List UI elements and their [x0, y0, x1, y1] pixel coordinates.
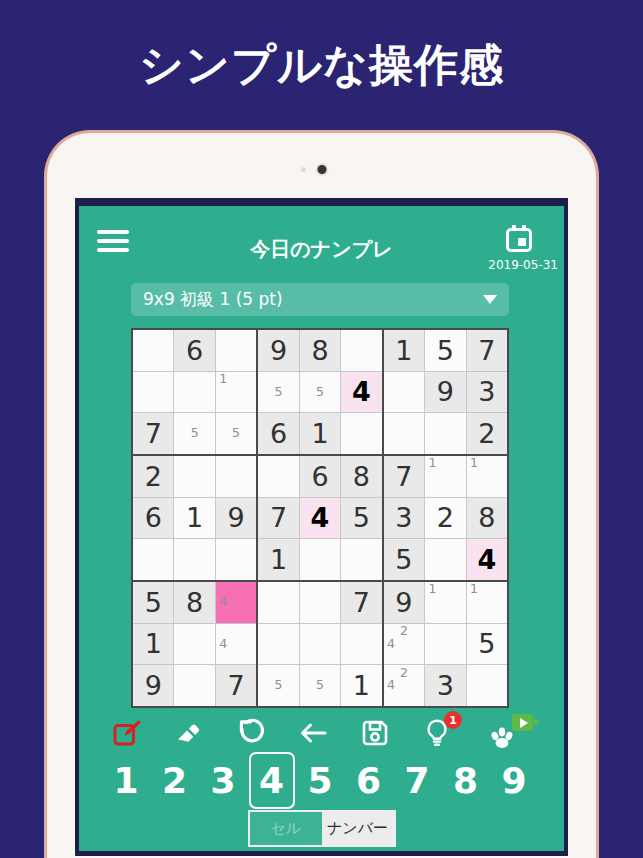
eraser-icon	[174, 718, 204, 748]
sudoku-cell-r5c2[interactable]: 1	[174, 498, 214, 539]
sudoku-cell-r4c1[interactable]: 2	[133, 456, 173, 497]
video-hint-button[interactable]	[483, 716, 525, 750]
sudoku-cell-r1c9[interactable]: 7	[467, 330, 507, 371]
cell-memo: 1	[426, 583, 464, 622]
pencil-button[interactable]	[111, 716, 143, 750]
sudoku-cell-r6c9[interactable]: 4	[467, 539, 507, 580]
cell-value: 8	[311, 337, 328, 364]
cell-value: 2	[478, 420, 495, 447]
sudoku-cell-r9c4[interactable]: 5	[258, 665, 298, 706]
cell-value: 9	[437, 378, 454, 405]
sudoku-cell-r2c1[interactable]	[133, 372, 173, 413]
cell-value: 5	[145, 589, 162, 616]
numpad-1[interactable]: 1	[103, 752, 149, 809]
sudoku-cell-r7c6[interactable]: 7	[341, 582, 381, 623]
calendar-icon[interactable]	[506, 228, 532, 252]
app-screen: 今日のナンプレ 2019-05-31 9x9 初級 1 (5 pt) 61755…	[75, 198, 568, 856]
sudoku-cell-r4c6[interactable]: 8	[341, 456, 381, 497]
sudoku-cell-r6c2[interactable]	[174, 539, 214, 580]
cell-value: 9	[145, 672, 162, 699]
cell-value: 5	[353, 504, 370, 531]
number-pad: 123456789	[103, 752, 537, 810]
cell-value: 9	[395, 589, 412, 616]
sudoku-cell-r9c7[interactable]: 24	[384, 665, 424, 706]
front-camera	[317, 165, 326, 174]
cell-value: 7	[228, 672, 245, 699]
numpad-5[interactable]: 5	[297, 752, 343, 809]
cell-value: 1	[311, 420, 328, 447]
pencil-icon	[112, 718, 142, 748]
cell-value: 2	[145, 463, 162, 490]
cell-memo: 24	[385, 666, 423, 705]
cell-memo: 5	[217, 414, 255, 453]
sudoku-cell-r4c7[interactable]: 7	[384, 456, 424, 497]
numpad-3[interactable]: 3	[200, 752, 246, 809]
sudoku-cell-r6c6[interactable]	[341, 539, 381, 580]
numpad-2[interactable]: 2	[152, 752, 198, 809]
sudoku-cell-r3c4[interactable]: 6	[258, 413, 298, 454]
cell-value: 4	[311, 504, 330, 531]
cell-value: 6	[145, 504, 162, 531]
sudoku-cell-r5c1[interactable]: 6	[133, 498, 173, 539]
sudoku-box-9: 911245243	[384, 582, 507, 706]
numpad-9[interactable]: 9	[491, 752, 537, 809]
cell-value: 3	[437, 672, 454, 699]
sudoku-cell-r3c6[interactable]	[341, 413, 381, 454]
cell-value: 6	[186, 337, 203, 364]
sudoku-box-1: 61755	[133, 330, 256, 454]
cell-value: 9	[228, 504, 245, 531]
sudoku-cell-r9c8[interactable]: 3	[425, 665, 465, 706]
light-sensor	[301, 167, 306, 172]
sudoku-cell-r3c3[interactable]: 5	[216, 413, 256, 454]
cell-value: 7	[145, 420, 162, 447]
cell-value: 5	[395, 546, 412, 573]
cell-memo: 24	[385, 625, 423, 664]
sudoku-box-6: 71132854	[384, 456, 507, 580]
sudoku-cell-r6c3[interactable]	[216, 539, 256, 580]
cell-memo: 5	[301, 666, 339, 705]
undo-button[interactable]	[235, 716, 267, 750]
sudoku-cell-r5c3[interactable]: 9	[216, 498, 256, 539]
sudoku-cell-r5c6[interactable]: 5	[341, 498, 381, 539]
mode-toggle: セル ナンバー	[248, 810, 396, 847]
sudoku-cell-r8c1[interactable]: 1	[133, 624, 173, 665]
sudoku-cell-r2c2[interactable]	[174, 372, 214, 413]
cell-memo: 5	[175, 414, 213, 453]
cell-value: 5	[478, 630, 495, 657]
sudoku-cell-r6c4[interactable]: 1	[258, 539, 298, 580]
cell-value: 5	[437, 337, 454, 364]
sudoku-cell-r8c3[interactable]: 4	[216, 624, 256, 665]
sudoku-cell-r1c6[interactable]	[341, 330, 381, 371]
sudoku-box-4: 2619	[133, 456, 256, 580]
sudoku-cell-r4c9[interactable]: 1	[467, 456, 507, 497]
sudoku-cell-r5c9[interactable]: 8	[467, 498, 507, 539]
sudoku-cell-r8c2[interactable]	[174, 624, 214, 665]
sudoku-cell-r9c9[interactable]	[467, 665, 507, 706]
cell-memo: 5	[259, 666, 297, 705]
cell-value: 1	[353, 672, 370, 699]
sudoku-cell-r1c5[interactable]: 8	[300, 330, 340, 371]
sudoku-cell-r8c5[interactable]	[300, 624, 340, 665]
sudoku-cell-r5c8[interactable]: 2	[425, 498, 465, 539]
sudoku-cell-r3c2[interactable]: 5	[174, 413, 214, 454]
date-label: 2019-05-31	[488, 258, 558, 272]
sudoku-box-7: 5841497	[133, 582, 256, 706]
sudoku-cell-r3c1[interactable]: 7	[133, 413, 173, 454]
sudoku-cell-r2c7[interactable]	[384, 372, 424, 413]
sudoku-cell-r9c3[interactable]: 7	[216, 665, 256, 706]
sudoku-cell-r3c9[interactable]: 2	[467, 413, 507, 454]
cell-memo: 1	[426, 457, 464, 496]
sudoku-cell-r1c2[interactable]: 6	[174, 330, 214, 371]
sudoku-cell-r5c5[interactable]: 4	[300, 498, 340, 539]
sudoku-cell-r4c4[interactable]	[258, 456, 298, 497]
cell-value: 2	[437, 504, 454, 531]
sudoku-box-3: 157932	[384, 330, 507, 454]
cell-value: 1	[395, 337, 412, 364]
sudoku-cell-r9c2[interactable]	[174, 665, 214, 706]
sudoku-cell-r4c3[interactable]	[216, 456, 256, 497]
cell-value: 4	[477, 546, 496, 573]
sudoku-cell-r2c8[interactable]: 9	[425, 372, 465, 413]
numpad-4[interactable]: 4	[249, 752, 295, 809]
mode-number-button[interactable]: ナンバー	[322, 812, 394, 845]
numpad-6[interactable]: 6	[346, 752, 392, 809]
sudoku-cell-r6c1[interactable]	[133, 539, 173, 580]
sudoku-cell-r2c9[interactable]: 3	[467, 372, 507, 413]
cell-value: 1	[270, 546, 287, 573]
sudoku-cell-r1c4[interactable]: 9	[258, 330, 298, 371]
arrow-left-icon	[298, 718, 328, 748]
sudoku-cell-r7c2[interactable]: 8	[174, 582, 214, 623]
sudoku-cell-r9c5[interactable]: 5	[300, 665, 340, 706]
toolbar: 1	[111, 713, 525, 753]
sudoku-cell-r8c9[interactable]: 5	[467, 624, 507, 665]
sudoku-box-5: 687451	[258, 456, 381, 580]
cell-value: 8	[186, 589, 203, 616]
cell-value: 7	[478, 337, 495, 364]
ipad-frame: 今日のナンプレ 2019-05-31 9x9 初級 1 (5 pt) 61755…	[44, 130, 599, 858]
cell-value: 8	[478, 504, 495, 531]
sudoku-board: 6175598554611579322619687451711328545841…	[131, 328, 509, 708]
back-button[interactable]	[297, 716, 329, 750]
sudoku-cell-r3c5[interactable]: 1	[300, 413, 340, 454]
level-select-label: 9x9 初級 1 (5 pt)	[143, 288, 283, 311]
sudoku-cell-r2c5[interactable]: 5	[300, 372, 340, 413]
video-play-icon	[512, 714, 533, 731]
banner-title: シンプルな操作感	[0, 36, 643, 95]
cell-value: 1	[145, 630, 162, 657]
numpad-7[interactable]: 7	[394, 752, 440, 809]
sudoku-cell-r7c3[interactable]: 4	[216, 582, 256, 623]
hint-button[interactable]: 1	[421, 716, 453, 750]
sudoku-box-8: 7551	[258, 582, 381, 706]
cell-value: 9	[270, 337, 287, 364]
sudoku-cell-r8c4[interactable]	[258, 624, 298, 665]
sudoku-cell-r8c8[interactable]	[425, 624, 465, 665]
save-icon	[360, 718, 390, 748]
sudoku-cell-r7c8[interactable]: 1	[425, 582, 465, 623]
sudoku-cell-r6c5[interactable]	[300, 539, 340, 580]
cell-memo: 4	[217, 583, 255, 622]
cell-value: 3	[395, 504, 412, 531]
sudoku-box-2: 9855461	[258, 330, 381, 454]
cell-value: 1	[186, 504, 203, 531]
sudoku-cell-r1c1[interactable]	[133, 330, 173, 371]
sudoku-cell-r7c7[interactable]: 9	[384, 582, 424, 623]
sudoku-cell-r8c6[interactable]	[341, 624, 381, 665]
sudoku-cell-r8c7[interactable]: 24	[384, 624, 424, 665]
sudoku-cell-r7c1[interactable]: 5	[133, 582, 173, 623]
sudoku-cell-r5c7[interactable]: 3	[384, 498, 424, 539]
cell-value: 7	[270, 504, 287, 531]
sudoku-cell-r4c8[interactable]: 1	[425, 456, 465, 497]
mode-cell-button[interactable]: セル	[250, 812, 322, 845]
sudoku-cell-r1c8[interactable]: 5	[425, 330, 465, 371]
cell-value: 7	[353, 589, 370, 616]
sudoku-cell-r2c4[interactable]: 5	[258, 372, 298, 413]
sudoku-cell-r3c8[interactable]	[425, 413, 465, 454]
level-select[interactable]: 9x9 初級 1 (5 pt)	[131, 283, 509, 316]
sudoku-cell-r1c3[interactable]	[216, 330, 256, 371]
sudoku-cell-r9c6[interactable]: 1	[341, 665, 381, 706]
sudoku-cell-r1c7[interactable]: 1	[384, 330, 424, 371]
sudoku-cell-r7c5[interactable]	[300, 582, 340, 623]
cell-memo: 1	[468, 457, 506, 496]
sudoku-cell-r4c5[interactable]: 6	[300, 456, 340, 497]
cell-value: 4	[352, 378, 371, 405]
sudoku-cell-r2c6[interactable]: 4	[341, 372, 381, 413]
sudoku-cell-r4c2[interactable]	[174, 456, 214, 497]
cell-value: 6	[270, 420, 287, 447]
cell-value: 8	[353, 463, 370, 490]
eraser-button[interactable]	[173, 716, 205, 750]
hint-badge: 1	[444, 711, 462, 729]
cell-memo: 1	[217, 373, 255, 412]
sudoku-cell-r3c7[interactable]	[384, 413, 424, 454]
cell-value: 7	[395, 463, 412, 490]
sudoku-cell-r6c8[interactable]	[425, 539, 465, 580]
sudoku-cell-r5c4[interactable]: 7	[258, 498, 298, 539]
chevron-down-icon	[483, 295, 497, 304]
save-button[interactable]	[359, 716, 391, 750]
cell-value: 6	[311, 463, 328, 490]
sudoku-cell-r6c7[interactable]: 5	[384, 539, 424, 580]
numpad-8[interactable]: 8	[443, 752, 489, 809]
sudoku-cell-r2c3[interactable]: 1	[216, 372, 256, 413]
sudoku-cell-r9c1[interactable]: 9	[133, 665, 173, 706]
cell-memo: 1	[468, 583, 506, 622]
sudoku-cell-r7c4[interactable]	[258, 582, 298, 623]
cell-value: 3	[478, 378, 495, 405]
undo-icon	[235, 717, 267, 749]
cell-memo: 5	[259, 373, 297, 412]
sudoku-cell-r7c9[interactable]: 1	[467, 582, 507, 623]
cell-memo: 4	[217, 625, 255, 664]
cell-memo: 5	[301, 373, 339, 412]
